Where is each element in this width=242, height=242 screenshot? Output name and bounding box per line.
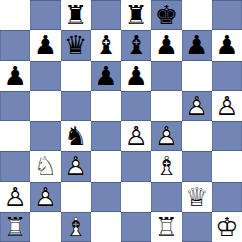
white-rook-outline: ♖ (0, 212, 30, 242)
piece-black-queen[interactable]: ♛ (61, 30, 91, 60)
piece-white-pawn[interactable]: ♟♙ (151, 121, 181, 151)
square-e7[interactable]: ♝ (121, 30, 151, 60)
black-bishop-glyph: ♝ (91, 30, 121, 60)
square-h1[interactable]: ♚♔ (212, 212, 242, 242)
piece-white-pawn[interactable]: ♟♙ (30, 182, 60, 212)
piece-black-pawn[interactable]: ♟ (151, 30, 181, 60)
square-h8[interactable] (212, 0, 242, 30)
white-bishop-outline: ♗ (151, 151, 181, 181)
piece-black-rook[interactable]: ♜ (121, 0, 151, 30)
square-g5[interactable]: ♟♙ (182, 91, 212, 121)
square-f1[interactable]: ♜♖ (151, 212, 181, 242)
black-pawn-glyph: ♟ (30, 30, 60, 60)
piece-black-pawn[interactable]: ♟ (30, 30, 60, 60)
white-pawn-outline: ♙ (212, 91, 242, 121)
square-a2[interactable]: ♟♙ (0, 182, 30, 212)
square-f2[interactable] (151, 182, 181, 212)
square-e8[interactable]: ♜ (121, 0, 151, 30)
square-e5[interactable] (121, 91, 151, 121)
square-d5[interactable] (91, 91, 121, 121)
square-h6[interactable] (212, 61, 242, 91)
square-c1[interactable]: ♝♗ (61, 212, 91, 242)
black-pawn-glyph: ♟ (0, 61, 30, 91)
square-e1[interactable] (121, 212, 151, 242)
piece-white-pawn[interactable]: ♟♙ (0, 182, 30, 212)
black-pawn-glyph: ♟ (151, 30, 181, 60)
piece-white-pawn[interactable]: ♟♙ (121, 121, 151, 151)
piece-white-rook[interactable]: ♜♖ (151, 212, 181, 242)
square-d1[interactable] (91, 212, 121, 242)
square-g8[interactable] (182, 0, 212, 30)
white-king-outline: ♔ (212, 212, 242, 242)
square-f4[interactable]: ♟♙ (151, 121, 181, 151)
piece-white-pawn[interactable]: ♟♙ (212, 91, 242, 121)
square-b5[interactable] (30, 91, 60, 121)
white-pawn-outline: ♙ (0, 182, 30, 212)
square-d3[interactable] (91, 151, 121, 181)
black-rook-glyph: ♜ (61, 0, 91, 30)
square-b4[interactable] (30, 121, 60, 151)
black-pawn-glyph: ♟ (182, 30, 212, 60)
square-c2[interactable] (61, 182, 91, 212)
piece-white-pawn[interactable]: ♟♙ (61, 151, 91, 181)
square-c3[interactable]: ♟♙ (61, 151, 91, 181)
piece-black-pawn[interactable]: ♟ (121, 61, 151, 91)
black-pawn-glyph: ♟ (91, 61, 121, 91)
square-b8[interactable] (30, 0, 60, 30)
white-pawn-outline: ♙ (121, 121, 151, 151)
square-b7[interactable]: ♟ (30, 30, 60, 60)
square-a1[interactable]: ♜♖ (0, 212, 30, 242)
piece-black-pawn[interactable]: ♟ (212, 30, 242, 60)
square-d8[interactable] (91, 0, 121, 30)
square-d2[interactable] (91, 182, 121, 212)
square-f3[interactable]: ♝♗ (151, 151, 181, 181)
black-pawn-glyph: ♟ (121, 61, 151, 91)
square-h5[interactable]: ♟♙ (212, 91, 242, 121)
square-e6[interactable]: ♟ (121, 61, 151, 91)
square-e3[interactable] (121, 151, 151, 181)
black-pawn-glyph: ♟ (212, 30, 242, 60)
piece-black-rook[interactable]: ♜ (61, 0, 91, 30)
white-queen-outline: ♕ (182, 182, 212, 212)
square-f7[interactable]: ♟ (151, 30, 181, 60)
square-h3[interactable] (212, 151, 242, 181)
square-b1[interactable] (30, 212, 60, 242)
square-a5[interactable] (0, 91, 30, 121)
white-bishop-outline: ♗ (61, 212, 91, 242)
piece-white-queen[interactable]: ♛♕ (182, 182, 212, 212)
square-a3[interactable] (0, 151, 30, 181)
piece-black-king[interactable]: ♚ (151, 0, 181, 30)
piece-black-bishop[interactable]: ♝ (91, 30, 121, 60)
square-a8[interactable] (0, 0, 30, 30)
square-c4[interactable]: ♞ (61, 121, 91, 151)
square-d7[interactable]: ♝ (91, 30, 121, 60)
black-king-glyph: ♚ (151, 0, 181, 30)
piece-black-knight[interactable]: ♞ (61, 121, 91, 151)
white-rook-outline: ♖ (151, 212, 181, 242)
square-d4[interactable] (91, 121, 121, 151)
square-g1[interactable] (182, 212, 212, 242)
black-knight-glyph: ♞ (61, 121, 91, 151)
square-f5[interactable] (151, 91, 181, 121)
square-g2[interactable]: ♛♕ (182, 182, 212, 212)
square-g4[interactable] (182, 121, 212, 151)
piece-black-pawn[interactable]: ♟ (0, 61, 30, 91)
square-e4[interactable]: ♟♙ (121, 121, 151, 151)
piece-black-pawn[interactable]: ♟ (91, 61, 121, 91)
square-a4[interactable] (0, 121, 30, 151)
square-c5[interactable] (61, 91, 91, 121)
piece-white-pawn[interactable]: ♟♙ (182, 91, 212, 121)
square-f6[interactable] (151, 61, 181, 91)
piece-white-bishop[interactable]: ♝♗ (61, 212, 91, 242)
chess-board: ♜♜♚♟♛♝♝♟♟♟♟♟♟♟♙♟♙♞♟♙♟♙♞♘♟♙♝♗♟♙♟♙♛♕♜♖♝♗♜♖… (0, 0, 242, 242)
square-h7[interactable]: ♟ (212, 30, 242, 60)
piece-black-bishop[interactable]: ♝ (121, 30, 151, 60)
square-g6[interactable] (182, 61, 212, 91)
square-c8[interactable]: ♜ (61, 0, 91, 30)
square-a6[interactable]: ♟ (0, 61, 30, 91)
white-pawn-outline: ♙ (182, 91, 212, 121)
square-c7[interactable]: ♛ (61, 30, 91, 60)
black-queen-glyph: ♛ (61, 30, 91, 60)
square-c6[interactable] (61, 61, 91, 91)
square-b3[interactable]: ♞♘ (30, 151, 60, 181)
square-f8[interactable]: ♚ (151, 0, 181, 30)
square-b6[interactable] (30, 61, 60, 91)
piece-white-knight[interactable]: ♞♘ (30, 151, 60, 181)
piece-black-pawn[interactable]: ♟ (182, 30, 212, 60)
square-h2[interactable] (212, 182, 242, 212)
square-e2[interactable] (121, 182, 151, 212)
square-g7[interactable]: ♟ (182, 30, 212, 60)
piece-white-bishop[interactable]: ♝♗ (151, 151, 181, 181)
square-b2[interactable]: ♟♙ (30, 182, 60, 212)
white-knight-outline: ♘ (30, 151, 60, 181)
black-bishop-glyph: ♝ (121, 30, 151, 60)
black-rook-glyph: ♜ (121, 0, 151, 30)
square-g3[interactable] (182, 151, 212, 181)
piece-white-rook[interactable]: ♜♖ (0, 212, 30, 242)
square-a7[interactable] (0, 30, 30, 60)
square-h4[interactable] (212, 121, 242, 151)
piece-white-king[interactable]: ♚♔ (212, 212, 242, 242)
square-d6[interactable]: ♟ (91, 61, 121, 91)
white-pawn-outline: ♙ (30, 182, 60, 212)
white-pawn-outline: ♙ (61, 151, 91, 181)
white-pawn-outline: ♙ (151, 121, 181, 151)
